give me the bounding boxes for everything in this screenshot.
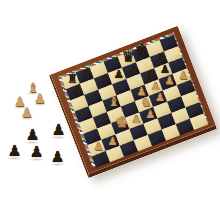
chess-set-photo: ♜♞♛♚♟♟♟♟♟♞♟♝♟♟♟♟♞♟♚♟♟♟♟ ♝♟♟♟♟♟♟♟♟ (0, 0, 220, 220)
captured-white-pawn: ♟ (21, 106, 33, 119)
chess-board: ♜♞♛♚♟♟♟♟♟♞♟♝♟♟♟♟♞♟♚♟♟♟♟ (62, 35, 208, 168)
black-pawn: ♟ (156, 53, 166, 64)
white-pawn: ♟ (164, 76, 174, 87)
white-pawn: ♟ (93, 142, 103, 153)
white-pawn: ♟ (154, 92, 164, 103)
white-pawn: ♟ (178, 70, 188, 81)
black-pawn: ♟ (160, 65, 170, 76)
mosaic-inlay-border: ♜♞♛♚♟♟♟♟♟♞♟♝♟♟♟♟♞♟♚♟♟♟♟ (58, 32, 208, 167)
black-pawn: ♟ (100, 75, 110, 86)
white-pawn: ♟ (145, 109, 155, 120)
captured-black-pawn: ♟ (51, 150, 64, 165)
captured-black-pawn: ♟ (26, 128, 39, 143)
black-pawn: ♟ (114, 69, 124, 80)
captured-black-pawn: ♟ (52, 123, 65, 138)
white-pawn: ♟ (150, 81, 160, 92)
black-pawn: ♟ (128, 64, 138, 75)
captured-black-pawn: ♟ (30, 145, 43, 160)
white-pawn: ♟ (107, 136, 117, 147)
white-pawn: ♟ (131, 114, 141, 125)
board-frame: ♜♞♛♚♟♟♟♟♟♞♟♝♟♟♟♟♞♟♚♟♟♟♟ (49, 26, 217, 179)
black-pawn: ♟ (72, 86, 82, 97)
captured-white-pawn: ♟ (34, 92, 46, 105)
white-pawn: ♟ (136, 86, 146, 97)
captured-black-pawn: ♟ (8, 144, 21, 159)
